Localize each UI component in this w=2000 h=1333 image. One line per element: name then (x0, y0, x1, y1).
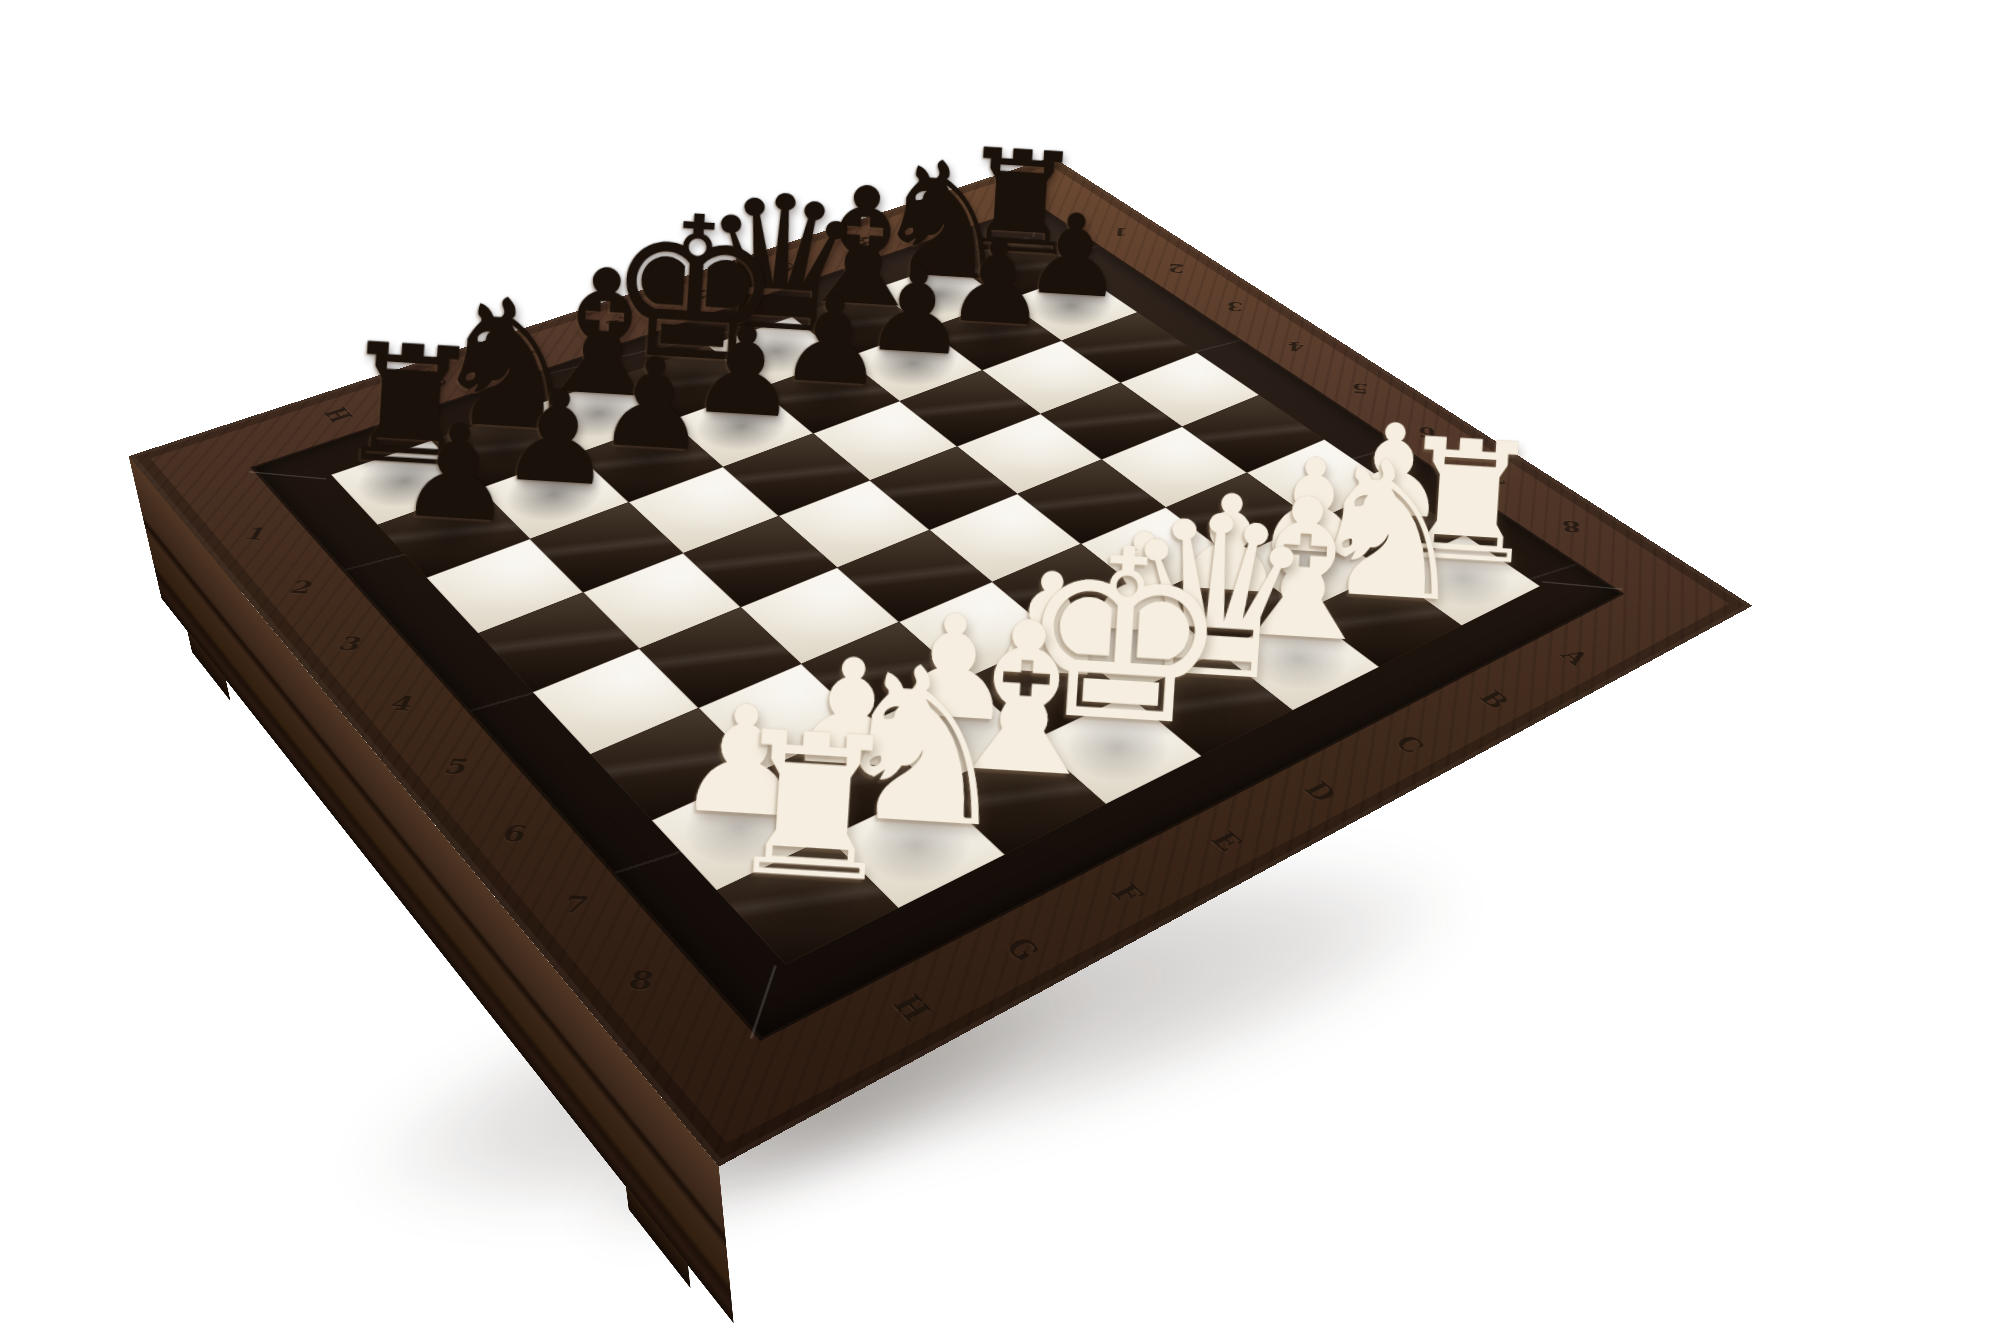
perspective-space: AABBCCDDEEFFGGHH1122334455667788 ♜♞♝♛♚♝♞… (0, 0, 2000, 1333)
white-rook-h8[interactable]: ♜ (718, 704, 907, 912)
rank-label-far-edge: 2 (1168, 261, 1185, 275)
rank-label-far-edge: 5 (1352, 380, 1369, 396)
rank-label-far-edge: 8 (1561, 517, 1581, 536)
chess-box-board: AABBCCDDEEFFGGHH1122334455667788 ♜♞♝♛♚♝♞… (129, 157, 1753, 1167)
rank-label-far-edge: 3 (1226, 299, 1243, 314)
black-pawn-h2[interactable]: ♟ (395, 405, 519, 542)
camera-tilt: AABBCCDDEEFFGGHH1122334455667788 ♜♞♝♛♚♝♞… (0, 0, 2000, 1333)
box-foot (187, 630, 231, 702)
box-foot (626, 1185, 691, 1288)
pieces-layer: ♜♞♝♛♚♝♞♜♟♟♟♟♟♟♟♟♟♟♟♟♟♟♟♟♜♞♝♛♚♝♞♜ (129, 157, 1753, 1167)
board-top-face: AABBCCDDEEFFGGHH1122334455667788 ♜♞♝♛♚♝♞… (129, 157, 1753, 1167)
rank-label-far-edge: 4 (1288, 339, 1305, 354)
scene: AABBCCDDEEFFGGHH1122334455667788 ♜♞♝♛♚♝♞… (0, 0, 2000, 1333)
rank-label-far-edge: 1 (1112, 225, 1130, 238)
